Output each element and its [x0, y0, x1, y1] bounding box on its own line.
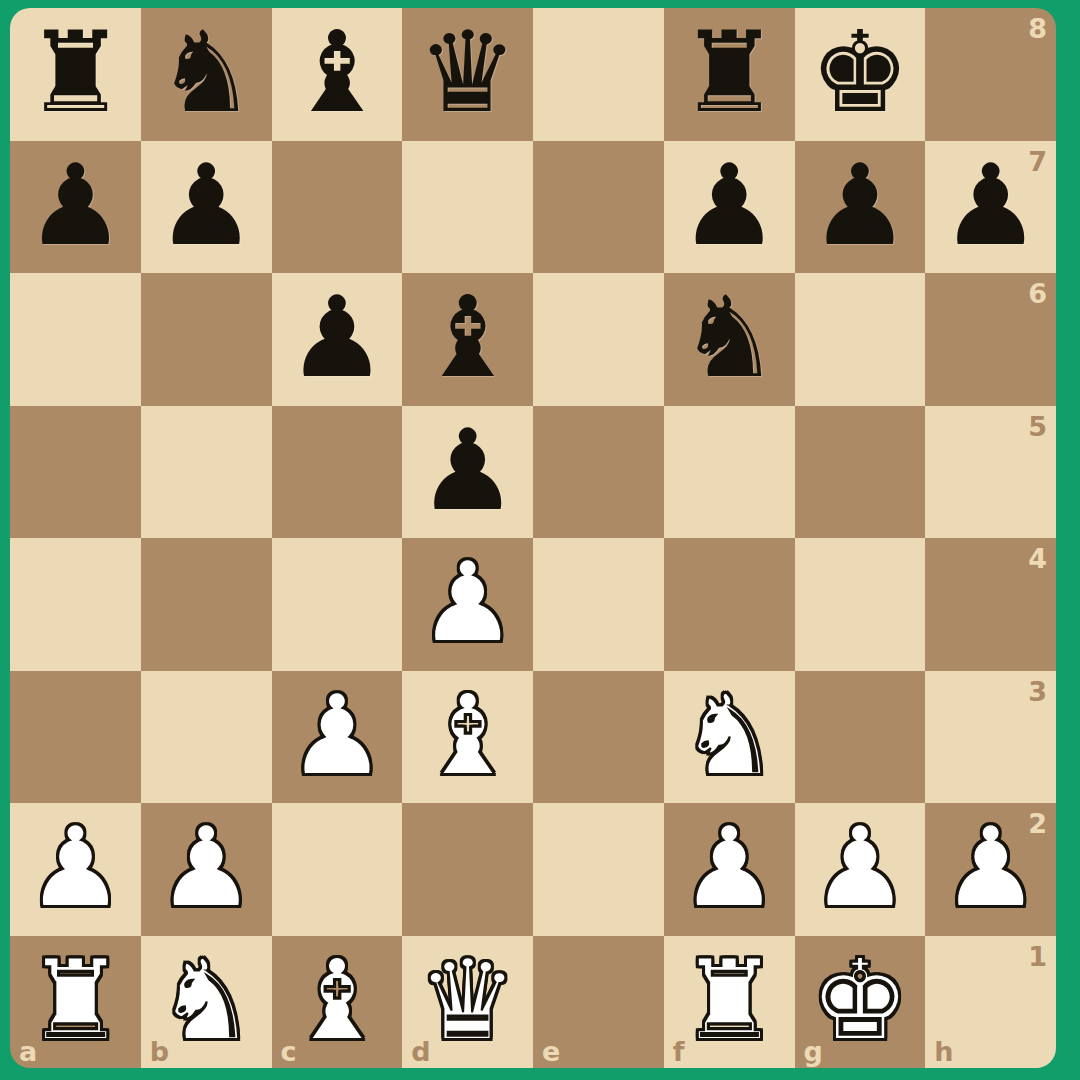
black-bishop[interactable]: ♝ [417, 281, 517, 393]
square-f1[interactable]: f♜ [664, 936, 795, 1069]
square-b4[interactable] [141, 538, 272, 671]
square-a7[interactable]: ♟ [10, 141, 141, 274]
square-c6[interactable]: ♟ [272, 273, 403, 406]
square-g6[interactable] [795, 273, 926, 406]
square-d8[interactable]: ♛ [402, 8, 533, 141]
square-f5[interactable] [664, 406, 795, 539]
black-pawn[interactable]: ♟ [25, 149, 125, 261]
file-label-h: h [934, 1038, 953, 1065]
square-c1[interactable]: c♝ [272, 936, 403, 1069]
white-pawn[interactable]: ♟ [25, 811, 125, 923]
square-e1[interactable]: e [533, 936, 664, 1069]
square-e3[interactable] [533, 671, 664, 804]
square-c8[interactable]: ♝ [272, 8, 403, 141]
square-d6[interactable]: ♝ [402, 273, 533, 406]
square-b1[interactable]: b♞ [141, 936, 272, 1069]
square-a5[interactable] [10, 406, 141, 539]
square-g7[interactable]: ♟ [795, 141, 926, 274]
square-c4[interactable] [272, 538, 403, 671]
square-f4[interactable] [664, 538, 795, 671]
square-a8[interactable]: ♜ [10, 8, 141, 141]
square-d1[interactable]: d♛ [402, 936, 533, 1069]
rank-label-5: 5 [1028, 413, 1047, 440]
white-knight[interactable]: ♞ [156, 944, 256, 1056]
square-a1[interactable]: a♜ [10, 936, 141, 1069]
square-e6[interactable] [533, 273, 664, 406]
square-b2[interactable]: ♟ [141, 803, 272, 936]
white-rook[interactable]: ♜ [25, 944, 125, 1056]
black-knight[interactable]: ♞ [156, 16, 256, 128]
square-f6[interactable]: ♞ [664, 273, 795, 406]
square-c5[interactable] [272, 406, 403, 539]
square-g1[interactable]: g♚ [795, 936, 926, 1069]
black-pawn[interactable]: ♟ [940, 149, 1040, 261]
rank-label-3: 3 [1028, 678, 1047, 705]
rank-label-4: 4 [1028, 545, 1047, 572]
white-pawn[interactable]: ♟ [810, 811, 910, 923]
white-queen[interactable]: ♛ [417, 944, 517, 1056]
square-f8[interactable]: ♜ [664, 8, 795, 141]
white-rook[interactable]: ♜ [679, 944, 779, 1056]
square-h6[interactable]: 6 [925, 273, 1056, 406]
square-b8[interactable]: ♞ [141, 8, 272, 141]
square-e5[interactable] [533, 406, 664, 539]
square-h7[interactable]: 7♟ [925, 141, 1056, 274]
square-h1[interactable]: 1h [925, 936, 1056, 1069]
black-pawn[interactable]: ♟ [417, 414, 517, 526]
square-f7[interactable]: ♟ [664, 141, 795, 274]
rank-label-8: 8 [1028, 15, 1047, 42]
square-h5[interactable]: 5 [925, 406, 1056, 539]
square-h4[interactable]: 4 [925, 538, 1056, 671]
square-b6[interactable] [141, 273, 272, 406]
square-c2[interactable] [272, 803, 403, 936]
square-b7[interactable]: ♟ [141, 141, 272, 274]
rank-label-6: 6 [1028, 280, 1047, 307]
square-e7[interactable] [533, 141, 664, 274]
white-pawn[interactable]: ♟ [287, 679, 387, 791]
file-label-e: e [542, 1038, 560, 1065]
square-a6[interactable] [10, 273, 141, 406]
chess-board: ♜♞♝♛♜♚8♟♟♟♟7♟♟♝♞6♟5♟4♟♝♞3♟♟♟♟2♟a♜b♞c♝d♛e… [10, 8, 1056, 1068]
black-rook[interactable]: ♜ [679, 16, 779, 128]
square-d2[interactable] [402, 803, 533, 936]
white-bishop[interactable]: ♝ [417, 679, 517, 791]
white-pawn[interactable]: ♟ [156, 811, 256, 923]
white-bishop[interactable]: ♝ [287, 944, 387, 1056]
black-pawn[interactable]: ♟ [156, 149, 256, 261]
square-a3[interactable] [10, 671, 141, 804]
square-e8[interactable] [533, 8, 664, 141]
black-knight[interactable]: ♞ [679, 281, 779, 393]
black-pawn[interactable]: ♟ [679, 149, 779, 261]
white-pawn[interactable]: ♟ [417, 546, 517, 658]
square-g3[interactable] [795, 671, 926, 804]
square-f2[interactable]: ♟ [664, 803, 795, 936]
white-king[interactable]: ♚ [810, 944, 910, 1056]
black-queen[interactable]: ♛ [417, 16, 517, 128]
white-pawn[interactable]: ♟ [679, 811, 779, 923]
square-d7[interactable] [402, 141, 533, 274]
black-pawn[interactable]: ♟ [810, 149, 910, 261]
square-a4[interactable] [10, 538, 141, 671]
square-b3[interactable] [141, 671, 272, 804]
square-h2[interactable]: 2♟ [925, 803, 1056, 936]
board-frame: ♜♞♝♛♜♚8♟♟♟♟7♟♟♝♞6♟5♟4♟♝♞3♟♟♟♟2♟a♜b♞c♝d♛e… [0, 0, 1080, 1080]
square-e4[interactable] [533, 538, 664, 671]
black-king[interactable]: ♚ [810, 16, 910, 128]
black-rook[interactable]: ♜ [25, 16, 125, 128]
square-f3[interactable]: ♞ [664, 671, 795, 804]
black-bishop[interactable]: ♝ [287, 16, 387, 128]
square-h3[interactable]: 3 [925, 671, 1056, 804]
square-g5[interactable] [795, 406, 926, 539]
square-c7[interactable] [272, 141, 403, 274]
white-pawn[interactable]: ♟ [940, 811, 1040, 923]
black-pawn[interactable]: ♟ [287, 281, 387, 393]
square-d4[interactable]: ♟ [402, 538, 533, 671]
white-knight[interactable]: ♞ [679, 679, 779, 791]
square-e2[interactable] [533, 803, 664, 936]
square-g2[interactable]: ♟ [795, 803, 926, 936]
square-d5[interactable]: ♟ [402, 406, 533, 539]
square-a2[interactable]: ♟ [10, 803, 141, 936]
square-d3[interactable]: ♝ [402, 671, 533, 804]
square-g8[interactable]: ♚ [795, 8, 926, 141]
square-h8[interactable]: 8 [925, 8, 1056, 141]
square-g4[interactable] [795, 538, 926, 671]
rank-label-1: 1 [1028, 943, 1047, 970]
square-c3[interactable]: ♟ [272, 671, 403, 804]
square-b5[interactable] [141, 406, 272, 539]
